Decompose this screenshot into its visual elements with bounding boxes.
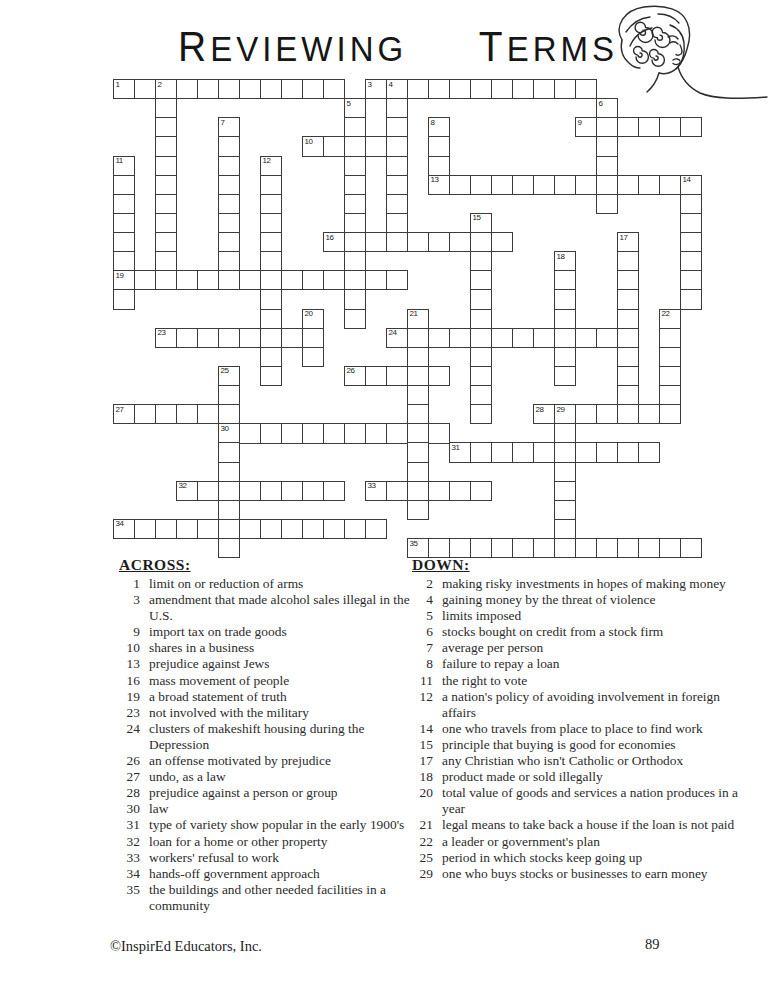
grid-cell[interactable]: [176, 404, 198, 424]
grid-cell[interactable]: 31: [449, 442, 471, 462]
grid-cell[interactable]: [449, 232, 471, 252]
grid-cell[interactable]: [155, 519, 177, 539]
grid-cell[interactable]: [344, 270, 366, 290]
grid-cell[interactable]: [386, 117, 408, 137]
grid-cell[interactable]: [470, 404, 492, 424]
grid-cell[interactable]: [428, 423, 450, 443]
grid-cell[interactable]: 28: [533, 404, 555, 424]
grid-cell[interactable]: [617, 289, 639, 309]
grid-cell[interactable]: [176, 79, 198, 99]
grid-cell[interactable]: [260, 175, 282, 195]
grid-cell[interactable]: [386, 98, 408, 118]
grid-cell[interactable]: [575, 442, 597, 462]
grid-cell[interactable]: [197, 270, 219, 290]
grid-cell[interactable]: [470, 251, 492, 271]
grid-cell[interactable]: [281, 519, 303, 539]
grid-cell[interactable]: [344, 423, 366, 443]
grid-cell[interactable]: [365, 366, 387, 386]
cell-number: 10: [305, 138, 313, 146]
grid-cell[interactable]: [575, 328, 597, 348]
grid-cell[interactable]: [260, 79, 282, 99]
clue-number: 29: [412, 866, 442, 882]
grid-cell[interactable]: [197, 481, 219, 501]
grid-cell[interactable]: [260, 423, 282, 443]
clue-text: import tax on trade goods: [149, 624, 415, 640]
grid-cell[interactable]: 16: [323, 232, 345, 252]
grid-cell[interactable]: [386, 194, 408, 214]
clue-item: 18product made or sold illegally: [412, 769, 756, 785]
clue-item: 34hands-off government approach: [119, 866, 415, 882]
grid-cell[interactable]: [617, 309, 639, 329]
clue-item: 3amendment that made alcohol sales illeg…: [119, 592, 415, 624]
grid-cell[interactable]: [344, 175, 366, 195]
grid-cell[interactable]: 13: [428, 175, 450, 195]
grid-cell[interactable]: [218, 194, 240, 214]
grid-cell[interactable]: [218, 442, 240, 462]
grid-cell[interactable]: [260, 194, 282, 214]
grid-cell[interactable]: [302, 79, 324, 99]
grid-cell[interactable]: [365, 232, 387, 252]
grid-cell[interactable]: [386, 423, 408, 443]
grid-cell[interactable]: [386, 481, 408, 501]
grid-cell[interactable]: 1: [113, 79, 135, 99]
grid-cell[interactable]: [407, 366, 429, 386]
grid-cell[interactable]: [197, 404, 219, 424]
grid-cell[interactable]: [428, 232, 450, 252]
cell-number: 31: [452, 444, 460, 452]
grid-cell[interactable]: [365, 423, 387, 443]
grid-cell[interactable]: [638, 117, 660, 137]
grid-cell[interactable]: 7: [218, 117, 240, 137]
clue-text: amendment that made alcohol sales illega…: [149, 592, 415, 624]
grid-cell[interactable]: [617, 117, 639, 137]
grid-cell[interactable]: 26: [344, 366, 366, 386]
grid-cell[interactable]: [260, 289, 282, 309]
grid-cell[interactable]: [302, 347, 324, 367]
grid-cell[interactable]: [680, 194, 702, 214]
grid-cell[interactable]: [596, 175, 618, 195]
grid-cell[interactable]: [659, 347, 681, 367]
grid-cell[interactable]: [260, 519, 282, 539]
grid-cell[interactable]: [596, 404, 618, 424]
grid-cell[interactable]: [239, 79, 261, 99]
grid-cell[interactable]: [218, 232, 240, 252]
grid-cell[interactable]: [470, 289, 492, 309]
grid-cell[interactable]: [155, 156, 177, 176]
grid-cell[interactable]: [554, 79, 576, 99]
grid-cell[interactable]: [197, 328, 219, 348]
grid-cell[interactable]: [617, 347, 639, 367]
grid-cell[interactable]: [302, 328, 324, 348]
grid-cell[interactable]: [659, 404, 681, 424]
grid-cell[interactable]: 12: [260, 156, 282, 176]
grid-cell[interactable]: [428, 481, 450, 501]
grid-cell[interactable]: [344, 309, 366, 329]
grid-cell[interactable]: [155, 136, 177, 156]
grid-cell[interactable]: [638, 175, 660, 195]
grid-cell[interactable]: [155, 404, 177, 424]
grid-cell[interactable]: [218, 136, 240, 156]
grid-cell[interactable]: [155, 117, 177, 137]
grid-cell[interactable]: 21: [407, 309, 429, 329]
grid-cell[interactable]: [386, 136, 408, 156]
grid-cell[interactable]: [659, 366, 681, 386]
across-clues-section: ACROSS: 1limit on or reduction of arms3a…: [119, 555, 415, 914]
grid-cell[interactable]: [596, 442, 618, 462]
grid-cell[interactable]: [155, 232, 177, 252]
grid-cell[interactable]: [617, 328, 639, 348]
grid-cell[interactable]: 25: [218, 366, 240, 386]
clue-number: 8: [412, 656, 442, 672]
grid-cell[interactable]: [344, 289, 366, 309]
grid-cell[interactable]: [407, 404, 429, 424]
grid-cell[interactable]: [638, 404, 660, 424]
grid-cell[interactable]: [554, 175, 576, 195]
grid-cell[interactable]: [365, 270, 387, 290]
grid-cell[interactable]: [113, 175, 135, 195]
grid-cell[interactable]: [260, 366, 282, 386]
grid-cell[interactable]: 33: [365, 481, 387, 501]
grid-cell[interactable]: [575, 404, 597, 424]
grid-cell[interactable]: [596, 328, 618, 348]
grid-cell[interactable]: [323, 481, 345, 501]
grid-cell[interactable]: [428, 79, 450, 99]
grid-cell[interactable]: 3: [365, 79, 387, 99]
grid-cell[interactable]: [323, 423, 345, 443]
grid-cell[interactable]: [386, 156, 408, 176]
grid-cell[interactable]: [449, 481, 471, 501]
grid-cell[interactable]: 14: [680, 175, 702, 195]
grid-cell[interactable]: [659, 117, 681, 137]
grid-cell[interactable]: [260, 309, 282, 329]
grid-cell[interactable]: [554, 270, 576, 290]
grid-cell[interactable]: 10: [302, 136, 324, 156]
grid-cell[interactable]: [659, 328, 681, 348]
grid-cell[interactable]: [155, 251, 177, 271]
grid-cell[interactable]: [134, 79, 156, 99]
grid-cell[interactable]: [386, 270, 408, 290]
grid-cell[interactable]: [113, 213, 135, 233]
grid-cell[interactable]: [155, 194, 177, 214]
grid-cell[interactable]: [617, 251, 639, 271]
grid-cell[interactable]: [386, 366, 408, 386]
grid-cell[interactable]: [260, 270, 282, 290]
grid-cell[interactable]: [407, 462, 429, 482]
grid-cell[interactable]: [386, 175, 408, 195]
grid-cell[interactable]: [218, 175, 240, 195]
grid-cell[interactable]: [470, 347, 492, 367]
grid-cell[interactable]: [155, 98, 177, 118]
clue-text: loan for a home or other property: [149, 834, 415, 850]
grid-cell[interactable]: [428, 136, 450, 156]
grid-cell[interactable]: [134, 404, 156, 424]
publisher-credit: ©InspirEd Educators, Inc.: [110, 938, 262, 955]
grid-cell[interactable]: [302, 519, 324, 539]
grid-cell[interactable]: 22: [659, 309, 681, 329]
grid-cell[interactable]: [533, 442, 555, 462]
grid-cell[interactable]: [281, 423, 303, 443]
grid-cell[interactable]: [638, 442, 660, 462]
grid-cell[interactable]: [407, 500, 429, 520]
grid-cell[interactable]: [554, 481, 576, 501]
grid-cell[interactable]: [428, 328, 450, 348]
grid-cell[interactable]: 30: [218, 423, 240, 443]
grid-cell[interactable]: [617, 442, 639, 462]
grid-cell[interactable]: [218, 385, 240, 405]
grid-cell[interactable]: [134, 519, 156, 539]
clue-number: 1: [119, 576, 149, 592]
grid-cell[interactable]: [470, 366, 492, 386]
grid-cell[interactable]: [155, 270, 177, 290]
grid-cell[interactable]: [680, 232, 702, 252]
grid-cell[interactable]: [407, 481, 429, 501]
grid-cell[interactable]: [407, 79, 429, 99]
grid-cell[interactable]: [197, 79, 219, 99]
grid-cell[interactable]: [239, 328, 261, 348]
grid-cell[interactable]: 19: [113, 270, 135, 290]
grid-cell[interactable]: [554, 309, 576, 329]
grid-cell[interactable]: [470, 232, 492, 252]
grid-cell[interactable]: 4: [386, 79, 408, 99]
grid-cell[interactable]: [281, 270, 303, 290]
grid-cell[interactable]: [470, 79, 492, 99]
grid-cell[interactable]: [470, 309, 492, 329]
grid-cell[interactable]: [302, 423, 324, 443]
grid-cell[interactable]: 6: [596, 98, 618, 118]
grid-cell[interactable]: 32: [176, 481, 198, 501]
grid-cell[interactable]: [218, 213, 240, 233]
grid-cell[interactable]: [155, 213, 177, 233]
clue-item: 30law: [119, 801, 415, 817]
grid-cell[interactable]: [491, 79, 513, 99]
grid-cell[interactable]: [113, 232, 135, 252]
grid-cell[interactable]: [407, 385, 429, 405]
grid-cell[interactable]: [659, 175, 681, 195]
grid-cell[interactable]: [596, 194, 618, 214]
grid-cell[interactable]: 18: [554, 251, 576, 271]
grid-cell[interactable]: [218, 156, 240, 176]
cell-number: 2: [158, 81, 162, 89]
cell-number: 26: [347, 367, 355, 375]
grid-cell[interactable]: [512, 175, 534, 195]
grid-cell[interactable]: [596, 117, 618, 137]
grid-cell[interactable]: [260, 232, 282, 252]
grid-cell[interactable]: [218, 462, 240, 482]
grid-cell[interactable]: [449, 175, 471, 195]
grid-cell[interactable]: [554, 328, 576, 348]
grid-cell[interactable]: [218, 500, 240, 520]
grid-cell[interactable]: [407, 423, 429, 443]
grid-cell[interactable]: [218, 481, 240, 501]
clue-number: 31: [119, 817, 149, 833]
grid-cell[interactable]: 9: [575, 117, 597, 137]
grid-cell[interactable]: 2: [155, 79, 177, 99]
grid-cell[interactable]: [680, 117, 702, 137]
grid-cell[interactable]: [239, 519, 261, 539]
grid-cell[interactable]: [302, 270, 324, 290]
grid-cell[interactable]: [344, 213, 366, 233]
grid-cell[interactable]: [512, 79, 534, 99]
grid-cell[interactable]: [344, 251, 366, 271]
grid-cell[interactable]: [491, 442, 513, 462]
grid-cell[interactable]: [155, 175, 177, 195]
grid-cell[interactable]: [113, 194, 135, 214]
grid-cell[interactable]: [386, 213, 408, 233]
grid-cell[interactable]: [554, 289, 576, 309]
grid-cell[interactable]: [344, 117, 366, 137]
title-word-reviewing: Reviewing: [178, 10, 407, 74]
grid-cell[interactable]: [680, 289, 702, 309]
grid-cell[interactable]: [365, 136, 387, 156]
clue-item: 26an offense motivated by prejudice: [119, 753, 415, 769]
grid-cell[interactable]: 24: [386, 328, 408, 348]
grid-cell[interactable]: [449, 79, 471, 99]
grid-cell[interactable]: [680, 270, 702, 290]
grid-cell[interactable]: [554, 347, 576, 367]
grid-cell[interactable]: [344, 519, 366, 539]
grid-cell[interactable]: [239, 481, 261, 501]
grid-cell[interactable]: [470, 270, 492, 290]
grid-cell[interactable]: [197, 519, 219, 539]
grid-cell[interactable]: 27: [113, 404, 135, 424]
grid-cell[interactable]: 29: [554, 404, 576, 424]
grid-cell[interactable]: [281, 328, 303, 348]
grid-cell[interactable]: [428, 156, 450, 176]
grid-cell[interactable]: [281, 79, 303, 99]
grid-cell[interactable]: [218, 79, 240, 99]
grid-cell[interactable]: [407, 232, 429, 252]
grid-cell[interactable]: [323, 79, 345, 99]
grid-cell[interactable]: [680, 251, 702, 271]
clue-text: one who buys stocks or businesses to ear…: [442, 866, 756, 882]
grid-cell[interactable]: [323, 519, 345, 539]
grid-cell[interactable]: [281, 481, 303, 501]
clue-text: product made or sold illegally: [442, 769, 756, 785]
grid-cell[interactable]: [239, 423, 261, 443]
grid-cell[interactable]: [575, 175, 597, 195]
grid-cell[interactable]: [407, 328, 429, 348]
grid-cell[interactable]: 17: [617, 232, 639, 252]
grid-cell[interactable]: [554, 423, 576, 443]
grid-cell[interactable]: 15: [470, 213, 492, 233]
grid-cell[interactable]: [554, 500, 576, 520]
grid-cell[interactable]: [428, 366, 450, 386]
grid-cell[interactable]: [260, 213, 282, 233]
grid-cell[interactable]: [575, 79, 597, 99]
grid-cell[interactable]: [239, 270, 261, 290]
cell-number: 32: [179, 482, 187, 490]
grid-cell[interactable]: [596, 136, 618, 156]
grid-cell[interactable]: [113, 251, 135, 271]
grid-cell[interactable]: [449, 328, 471, 348]
grid-cell[interactable]: 11: [113, 156, 135, 176]
grid-cell[interactable]: [617, 270, 639, 290]
grid-cell[interactable]: [470, 481, 492, 501]
grid-cell[interactable]: [218, 519, 240, 539]
grid-cell[interactable]: [113, 289, 135, 309]
grid-cell[interactable]: [470, 442, 492, 462]
grid-cell[interactable]: [617, 175, 639, 195]
grid-cell[interactable]: [659, 385, 681, 405]
grid-cell[interactable]: [260, 347, 282, 367]
grid-cell[interactable]: [344, 232, 366, 252]
grid-cell[interactable]: [176, 519, 198, 539]
grid-cell[interactable]: 20: [302, 309, 324, 329]
grid-cell[interactable]: [491, 232, 513, 252]
grid-cell[interactable]: [617, 385, 639, 405]
cell-number: 28: [536, 406, 544, 414]
grid-cell[interactable]: [533, 328, 555, 348]
grid-cell[interactable]: [533, 175, 555, 195]
grid-cell[interactable]: [344, 194, 366, 214]
grid-cell[interactable]: [218, 328, 240, 348]
grid-cell[interactable]: [323, 270, 345, 290]
grid-cell[interactable]: [302, 481, 324, 501]
grid-cell[interactable]: [470, 175, 492, 195]
cell-number: 20: [305, 310, 313, 318]
grid-cell[interactable]: 23: [155, 328, 177, 348]
grid-cell[interactable]: [218, 404, 240, 424]
grid-cell[interactable]: [554, 462, 576, 482]
grid-cell[interactable]: [512, 328, 534, 348]
clue-number: 27: [119, 769, 149, 785]
crossword-grid: 1234567891011121314151617181920212223242…: [113, 79, 702, 558]
grid-cell[interactable]: [554, 519, 576, 539]
clue-text: mass movement of people: [149, 673, 415, 689]
grid-cell[interactable]: [512, 442, 534, 462]
cell-number: 13: [431, 176, 439, 184]
grid-cell[interactable]: [680, 213, 702, 233]
grid-cell[interactable]: 8: [428, 117, 450, 137]
grid-cell[interactable]: [260, 251, 282, 271]
grid-cell[interactable]: [491, 328, 513, 348]
grid-cell[interactable]: [260, 481, 282, 501]
grid-cell[interactable]: [470, 328, 492, 348]
cell-number: 19: [116, 272, 124, 280]
grid-cell[interactable]: [218, 251, 240, 271]
clue-number: 34: [119, 866, 149, 882]
grid-cell[interactable]: [554, 442, 576, 462]
page-number: 89: [645, 936, 660, 953]
grid-cell[interactable]: [491, 175, 513, 195]
clue-text: average per person: [442, 640, 756, 656]
grid-cell[interactable]: [533, 79, 555, 99]
grid-cell[interactable]: [176, 328, 198, 348]
grid-cell[interactable]: [386, 232, 408, 252]
grid-cell[interactable]: [554, 366, 576, 386]
grid-cell[interactable]: [323, 136, 345, 156]
grid-cell[interactable]: [344, 156, 366, 176]
cell-number: 15: [473, 214, 481, 222]
grid-cell[interactable]: 34: [113, 519, 135, 539]
grid-cell[interactable]: [218, 270, 240, 290]
grid-cell[interactable]: [617, 404, 639, 424]
clue-text: clusters of makeshift housing during the…: [149, 721, 415, 753]
grid-cell[interactable]: [365, 519, 387, 539]
grid-cell[interactable]: 5: [344, 98, 366, 118]
grid-cell[interactable]: [344, 136, 366, 156]
grid-cell[interactable]: [260, 328, 282, 348]
grid-cell[interactable]: [596, 156, 618, 176]
grid-cell[interactable]: [407, 442, 429, 462]
grid-cell[interactable]: [470, 385, 492, 405]
grid-cell[interactable]: [407, 347, 429, 367]
clue-item: 31type of variety show popular in the ea…: [119, 817, 415, 833]
grid-cell[interactable]: [176, 270, 198, 290]
grid-cell[interactable]: [617, 366, 639, 386]
grid-cell[interactable]: [134, 270, 156, 290]
clue-text: gaining money by the threat of violence: [442, 592, 756, 608]
